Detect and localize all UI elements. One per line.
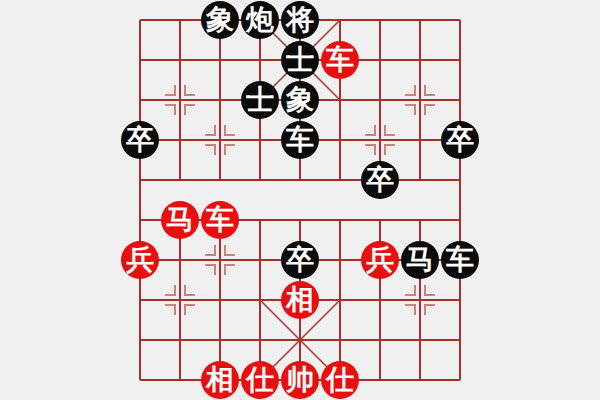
piece-red-elephant[interactable]: 相: [281, 281, 319, 319]
piece-black-soldier[interactable]: 卒: [361, 161, 399, 199]
piece-red-soldier[interactable]: 兵: [121, 241, 159, 279]
piece-black-general[interactable]: 将: [281, 1, 319, 39]
piece-black-chariot[interactable]: 车: [441, 241, 479, 279]
piece-black-chariot[interactable]: 车: [281, 121, 319, 159]
piece-black-elephant[interactable]: 象: [281, 81, 319, 119]
piece-black-soldier[interactable]: 卒: [441, 121, 479, 159]
piece-red-elephant[interactable]: 相: [201, 361, 239, 399]
piece-black-horse[interactable]: 马: [401, 241, 439, 279]
piece-black-cannon[interactable]: 炮: [241, 1, 279, 39]
piece-red-chariot[interactable]: 车: [201, 201, 239, 239]
piece-red-advisor[interactable]: 仕: [321, 361, 359, 399]
piece-black-elephant[interactable]: 象: [201, 1, 239, 39]
piece-red-soldier[interactable]: 兵: [361, 241, 399, 279]
piece-black-soldier[interactable]: 卒: [121, 121, 159, 159]
piece-black-advisor[interactable]: 士: [241, 81, 279, 119]
piece-red-general[interactable]: 帅: [281, 361, 319, 399]
piece-red-advisor[interactable]: 仕: [241, 361, 279, 399]
piece-red-horse[interactable]: 马: [161, 201, 199, 239]
piece-black-advisor[interactable]: 士: [281, 41, 319, 79]
xiangqi-board: 象炮将士车士象卒车卒卒马车兵卒兵马车相相仕帅仕: [0, 0, 600, 400]
piece-black-soldier[interactable]: 卒: [281, 241, 319, 279]
piece-red-chariot[interactable]: 车: [321, 41, 359, 79]
